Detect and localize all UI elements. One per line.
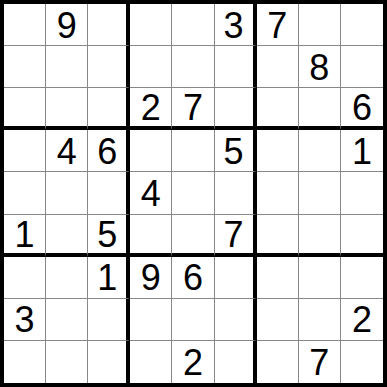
cell-r3c7[interactable] — [257, 88, 299, 130]
cell-r4c2[interactable]: 4 — [46, 130, 88, 172]
cell-r9c8[interactable]: 7 — [299, 341, 341, 383]
given-digit: 3 — [15, 302, 35, 338]
cell-r1c2[interactable]: 9 — [46, 4, 88, 46]
cell-r8c5[interactable] — [172, 299, 214, 341]
cell-r3c9[interactable]: 6 — [341, 88, 383, 130]
cell-r7c3[interactable]: 1 — [88, 257, 130, 299]
cell-r8c3[interactable] — [88, 299, 130, 341]
cell-r8c9[interactable]: 2 — [341, 299, 383, 341]
cell-r2c2[interactable] — [46, 46, 88, 88]
cell-r1c6[interactable]: 3 — [215, 4, 257, 46]
cell-r2c3[interactable] — [88, 46, 130, 88]
cell-r2c4[interactable] — [130, 46, 172, 88]
cell-r3c4[interactable]: 2 — [130, 88, 172, 130]
given-digit: 4 — [57, 134, 77, 170]
cell-r3c3[interactable] — [88, 88, 130, 130]
cell-r1c4[interactable] — [130, 4, 172, 46]
cell-r7c1[interactable] — [4, 257, 46, 299]
cell-r7c5[interactable]: 6 — [172, 257, 214, 299]
given-digit: 7 — [224, 217, 244, 253]
cell-r6c3[interactable]: 5 — [88, 215, 130, 257]
cell-r1c7[interactable]: 7 — [257, 4, 299, 46]
cell-r5c3[interactable] — [88, 172, 130, 214]
cell-r6c6[interactable]: 7 — [215, 215, 257, 257]
given-digit: 4 — [141, 176, 161, 212]
cell-r9c3[interactable] — [88, 341, 130, 383]
cell-r2c5[interactable] — [172, 46, 214, 88]
cell-r6c2[interactable] — [46, 215, 88, 257]
cell-r1c9[interactable] — [341, 4, 383, 46]
cell-r4c1[interactable] — [4, 130, 46, 172]
cell-r4c7[interactable] — [257, 130, 299, 172]
cell-r4c6[interactable]: 5 — [215, 130, 257, 172]
cell-r6c9[interactable] — [341, 215, 383, 257]
cell-r7c6[interactable] — [215, 257, 257, 299]
sudoku-board: 9378276465141571963227 — [0, 0, 387, 387]
cell-r9c1[interactable] — [4, 341, 46, 383]
given-digit: 5 — [224, 134, 244, 170]
given-digit: 7 — [309, 345, 329, 381]
cell-r8c4[interactable] — [130, 299, 172, 341]
cell-r6c8[interactable] — [299, 215, 341, 257]
cell-r3c5[interactable]: 7 — [172, 88, 214, 130]
cell-r8c2[interactable] — [46, 299, 88, 341]
cell-r5c6[interactable] — [215, 172, 257, 214]
cell-r8c6[interactable] — [215, 299, 257, 341]
cell-r7c9[interactable] — [341, 257, 383, 299]
given-digit: 5 — [97, 217, 117, 253]
cell-r6c7[interactable] — [257, 215, 299, 257]
cell-r3c2[interactable] — [46, 88, 88, 130]
given-digit: 3 — [224, 8, 244, 44]
cell-r9c6[interactable] — [215, 341, 257, 383]
cell-r6c4[interactable] — [130, 215, 172, 257]
given-digit: 6 — [183, 260, 203, 296]
cell-r9c9[interactable] — [341, 341, 383, 383]
cell-r7c4[interactable]: 9 — [130, 257, 172, 299]
cell-r5c5[interactable] — [172, 172, 214, 214]
cell-r4c9[interactable]: 1 — [341, 130, 383, 172]
given-digit: 7 — [267, 8, 287, 44]
cell-r2c7[interactable] — [257, 46, 299, 88]
cell-r1c3[interactable] — [88, 4, 130, 46]
cell-r9c4[interactable] — [130, 341, 172, 383]
cell-r8c7[interactable] — [257, 299, 299, 341]
cell-r9c2[interactable] — [46, 341, 88, 383]
cell-r2c8[interactable]: 8 — [299, 46, 341, 88]
given-digit: 9 — [57, 8, 77, 44]
given-digit: 1 — [352, 134, 372, 170]
cell-r5c8[interactable] — [299, 172, 341, 214]
given-digit: 2 — [352, 302, 372, 338]
cell-r4c5[interactable] — [172, 130, 214, 172]
given-digit: 6 — [352, 90, 372, 126]
cell-r3c1[interactable] — [4, 88, 46, 130]
cell-r7c7[interactable] — [257, 257, 299, 299]
given-digit: 1 — [97, 260, 117, 296]
cell-r1c8[interactable] — [299, 4, 341, 46]
given-digit: 8 — [309, 50, 329, 86]
cell-r4c3[interactable]: 6 — [88, 130, 130, 172]
cell-r5c1[interactable] — [4, 172, 46, 214]
cell-r1c1[interactable] — [4, 4, 46, 46]
cell-r5c4[interactable]: 4 — [130, 172, 172, 214]
cell-r5c7[interactable] — [257, 172, 299, 214]
cell-r7c8[interactable] — [299, 257, 341, 299]
cell-r3c6[interactable] — [215, 88, 257, 130]
cell-r1c5[interactable] — [172, 4, 214, 46]
cell-r8c1[interactable]: 3 — [4, 299, 46, 341]
cell-r9c5[interactable]: 2 — [172, 341, 214, 383]
given-digit: 6 — [97, 134, 117, 170]
cell-r5c2[interactable] — [46, 172, 88, 214]
cell-r4c8[interactable] — [299, 130, 341, 172]
given-digit: 9 — [141, 260, 161, 296]
cell-r6c1[interactable]: 1 — [4, 215, 46, 257]
given-digit: 1 — [15, 217, 35, 253]
cell-r6c5[interactable] — [172, 215, 214, 257]
given-digit: 2 — [183, 345, 203, 381]
cell-r2c9[interactable] — [341, 46, 383, 88]
cell-r2c1[interactable] — [4, 46, 46, 88]
cell-r3c8[interactable] — [299, 88, 341, 130]
cell-r2c6[interactable] — [215, 46, 257, 88]
given-digit: 2 — [141, 90, 161, 126]
cell-r7c2[interactable] — [46, 257, 88, 299]
cell-r8c8[interactable] — [299, 299, 341, 341]
given-digit: 7 — [183, 90, 203, 126]
cell-r9c7[interactable] — [257, 341, 299, 383]
cell-r4c4[interactable] — [130, 130, 172, 172]
cell-r5c9[interactable] — [341, 172, 383, 214]
